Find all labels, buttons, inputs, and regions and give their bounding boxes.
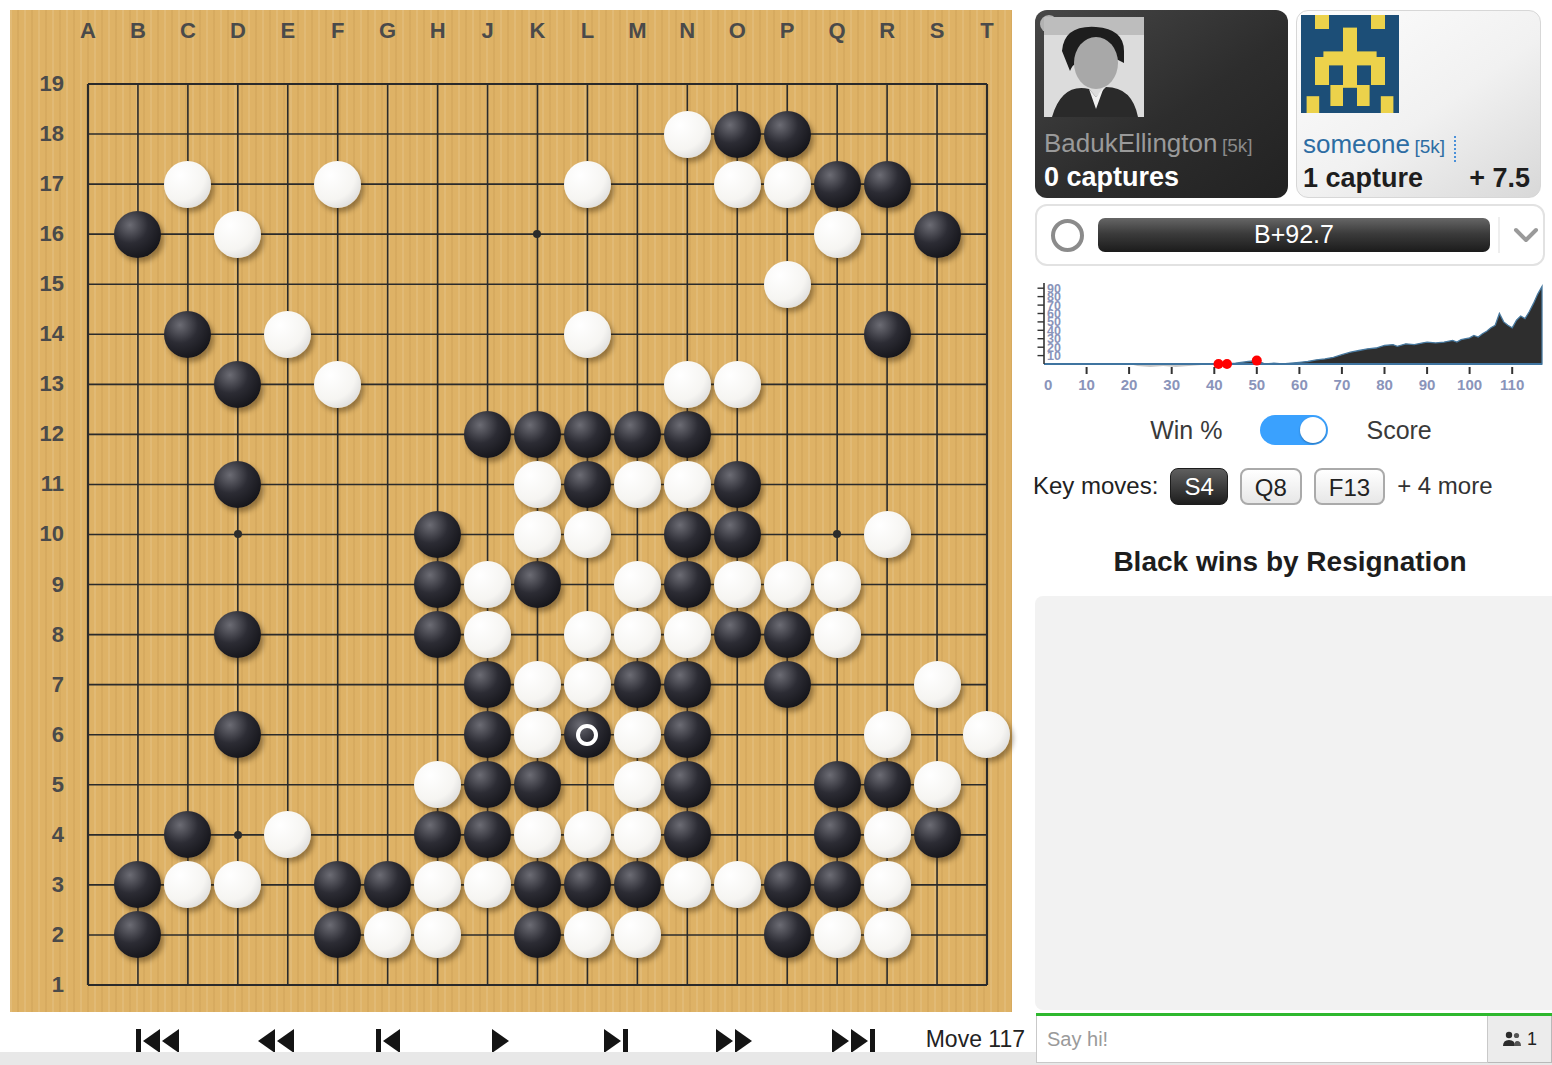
stone-white-R3: [864, 861, 911, 908]
column-label-M: M: [622, 18, 652, 44]
stone-white-E14: [264, 311, 311, 358]
stone-white-P9: [764, 561, 811, 608]
black-player-card[interactable]: BadukEllington [5k] 0 captures: [1035, 10, 1288, 198]
toggle-knob: [1300, 417, 1326, 443]
stone-white-M2: [614, 911, 661, 958]
stone-black-L6: [564, 711, 611, 758]
key-move-chip-q8[interactable]: Q8: [1240, 468, 1302, 505]
column-label-R: R: [872, 18, 902, 44]
column-label-C: C: [173, 18, 203, 44]
column-label-L: L: [572, 18, 602, 44]
triangle-left-icon: [162, 1029, 179, 1053]
stone-white-R6: [864, 711, 911, 758]
triangle-right-icon: [832, 1029, 849, 1053]
stone-black-C14: [164, 311, 211, 358]
stone-white-R2: [864, 911, 911, 958]
svg-text:10: 10: [1078, 376, 1095, 393]
stone-white-L7: [564, 661, 611, 708]
svg-text:50: 50: [1248, 376, 1265, 393]
stone-black-J5: [464, 761, 511, 808]
stone-black-H9: [414, 561, 461, 608]
row-label-7: 7: [24, 672, 64, 698]
row-label-16: 16: [24, 221, 64, 247]
row-label-11: 11: [24, 471, 64, 497]
stone-white-L8: [564, 611, 611, 658]
stone-black-L11: [564, 461, 611, 508]
stone-white-K10: [514, 511, 561, 558]
score-graph[interactable]: 1020304050607080900102030405060708090100…: [1036, 278, 1548, 400]
people-icon: [1502, 1031, 1522, 1047]
svg-text:30: 30: [1163, 376, 1180, 393]
last-move-marker: [576, 724, 598, 746]
triangle-left-icon: [258, 1029, 275, 1053]
column-label-E: E: [273, 18, 303, 44]
stone-black-O11: [714, 461, 761, 508]
stone-black-R14: [864, 311, 911, 358]
stone-white-P17: [764, 161, 811, 208]
score-estimate-bar: B+92.7: [1035, 204, 1545, 266]
row-label-12: 12: [24, 421, 64, 447]
graph-mode-toggle-row: Win % Score: [1036, 412, 1546, 448]
divider: [1498, 217, 1500, 253]
row-label-13: 13: [24, 371, 64, 397]
stone-white-N13: [664, 361, 711, 408]
row-label-4: 4: [24, 822, 64, 848]
stone-white-M6: [614, 711, 661, 758]
column-label-A: A: [73, 18, 103, 44]
key-moves-label: Key moves:: [1033, 472, 1158, 500]
stone-black-Q5: [814, 761, 861, 808]
bar-icon: [870, 1029, 875, 1053]
row-label-15: 15: [24, 271, 64, 297]
row-label-14: 14: [24, 321, 64, 347]
stone-white-F17: [314, 161, 361, 208]
play-icon: [492, 1029, 509, 1053]
stone-white-O17: [714, 161, 761, 208]
stone-black-R5: [864, 761, 911, 808]
stone-black-B16: [114, 211, 161, 258]
stone-black-D11: [214, 461, 261, 508]
svg-text:100: 100: [1457, 376, 1482, 393]
online-count-badge[interactable]: 1: [1488, 1016, 1552, 1063]
stone-white-O13: [714, 361, 761, 408]
svg-text:60: 60: [1291, 376, 1308, 393]
triangle-right-icon: [604, 1029, 621, 1053]
stone-black-P7: [764, 661, 811, 708]
stone-black-Q17: [814, 161, 861, 208]
stone-white-K11: [514, 461, 561, 508]
white-player-card[interactable]: someone [5k] 1 capture + 7.5: [1296, 10, 1541, 198]
stone-black-L3: [564, 861, 611, 908]
stone-black-R17: [864, 161, 911, 208]
stone-white-L17: [564, 161, 611, 208]
white-stone-icon: [1051, 219, 1084, 252]
key-move-chip-f13[interactable]: F13: [1314, 468, 1385, 505]
triangle-right-icon: [851, 1029, 868, 1053]
stone-white-Q9: [814, 561, 861, 608]
stone-white-M4: [614, 811, 661, 858]
stone-black-N9: [664, 561, 711, 608]
stone-white-N3: [664, 861, 711, 908]
stone-white-R10: [864, 511, 911, 558]
game-result-label: Black wins by Resignation: [1035, 546, 1545, 578]
black-player-rank: [5k]: [1222, 135, 1253, 156]
stone-black-J6: [464, 711, 511, 758]
black-player-name[interactable]: BadukEllington: [1044, 128, 1217, 158]
stone-black-N5: [664, 761, 711, 808]
move-number-label: Move 117: [900, 1026, 1025, 1053]
stone-black-P18: [764, 111, 811, 158]
stone-white-M11: [614, 461, 661, 508]
stone-black-L12: [564, 411, 611, 458]
white-player-rank: [5k]: [1414, 136, 1445, 157]
column-label-K: K: [522, 18, 552, 44]
stone-white-S5: [914, 761, 961, 808]
stone-black-M3: [614, 861, 661, 908]
stone-black-K5: [514, 761, 561, 808]
stone-white-F13: [314, 361, 361, 408]
stone-black-N7: [664, 661, 711, 708]
stone-white-P15: [764, 261, 811, 308]
bar-icon: [136, 1029, 141, 1053]
stone-white-O9: [714, 561, 761, 608]
row-label-19: 19: [24, 71, 64, 97]
row-label-10: 10: [24, 521, 64, 547]
stone-white-M5: [614, 761, 661, 808]
triangle-left-icon: [277, 1029, 294, 1053]
stone-black-D13: [214, 361, 261, 408]
stone-black-K9: [514, 561, 561, 608]
row-label-17: 17: [24, 171, 64, 197]
stone-white-Q16: [814, 211, 861, 258]
triangle-right-icon: [735, 1029, 752, 1053]
chat-input-row: 1: [1036, 1013, 1552, 1063]
column-label-S: S: [922, 18, 952, 44]
stone-white-M9: [614, 561, 661, 608]
stone-black-H10: [414, 511, 461, 558]
chat-input[interactable]: [1036, 1016, 1488, 1063]
stone-black-M12: [614, 411, 661, 458]
column-label-B: B: [123, 18, 153, 44]
stone-white-J8: [464, 611, 511, 658]
stone-white-K4: [514, 811, 561, 858]
row-label-8: 8: [24, 622, 64, 648]
stone-white-Q8: [814, 611, 861, 658]
column-label-O: O: [722, 18, 752, 44]
row-label-5: 5: [24, 772, 64, 798]
stone-white-S7: [914, 661, 961, 708]
stone-white-Q2: [814, 911, 861, 958]
stone-black-Q4: [814, 811, 861, 858]
go-board[interactable]: ABCDEFGHJKLMNOPQRST191817161514131211109…: [10, 10, 1012, 1012]
stone-white-N18: [664, 111, 711, 158]
chat-panel[interactable]: [1035, 596, 1552, 1010]
stone-black-N4: [664, 811, 711, 858]
bar-icon: [623, 1029, 628, 1053]
row-label-2: 2: [24, 922, 64, 948]
white-player-name[interactable]: someone: [1303, 129, 1410, 159]
column-label-Q: Q: [822, 18, 852, 44]
stone-white-N11: [664, 461, 711, 508]
stone-black-J12: [464, 411, 511, 458]
stone-white-N8: [664, 611, 711, 658]
svg-text:0: 0: [1044, 376, 1052, 393]
chevron-down-icon[interactable]: [1512, 226, 1540, 244]
stone-white-J9: [464, 561, 511, 608]
svg-text:20: 20: [1121, 376, 1138, 393]
board-grid: [10, 10, 1012, 1012]
text-cursor: [1454, 136, 1456, 162]
svg-text:80: 80: [1376, 376, 1393, 393]
triangle-left-icon: [143, 1029, 160, 1053]
stone-black-P3: [764, 861, 811, 908]
online-count: 1: [1527, 1029, 1537, 1050]
stone-white-O3: [714, 861, 761, 908]
stone-black-M7: [614, 661, 661, 708]
stone-black-N12: [664, 411, 711, 458]
column-label-D: D: [223, 18, 253, 44]
stone-black-H8: [414, 611, 461, 658]
row-label-18: 18: [24, 121, 64, 147]
stone-black-O18: [714, 111, 761, 158]
stone-black-O10: [714, 511, 761, 558]
column-label-P: P: [772, 18, 802, 44]
row-label-1: 1: [24, 972, 64, 998]
svg-text:110: 110: [1500, 376, 1524, 393]
svg-text:90: 90: [1419, 376, 1436, 393]
win-percent-label[interactable]: Win %: [1150, 416, 1222, 445]
triangle-right-icon: [716, 1029, 733, 1053]
stone-black-P8: [764, 611, 811, 658]
bar-icon: [376, 1029, 381, 1053]
svg-text:70: 70: [1334, 376, 1351, 393]
black-player-avatar: [1044, 17, 1144, 117]
stone-black-N10: [664, 511, 711, 558]
column-label-H: H: [423, 18, 453, 44]
svg-text:90: 90: [1047, 282, 1061, 296]
stone-white-K6: [514, 711, 561, 758]
row-label-3: 3: [24, 872, 64, 898]
stone-white-R4: [864, 811, 911, 858]
column-label-J: J: [473, 18, 503, 44]
white-player-avatar: [1301, 15, 1399, 113]
star-point-D4: [234, 831, 242, 839]
row-label-6: 6: [24, 722, 64, 748]
stone-black-N6: [664, 711, 711, 758]
column-label-F: F: [323, 18, 353, 44]
stone-white-L10: [564, 511, 611, 558]
column-label-N: N: [672, 18, 702, 44]
stone-black-S4: [914, 811, 961, 858]
black-captures-label: 0 captures: [1044, 162, 1179, 193]
stone-black-P2: [764, 911, 811, 958]
komi-label: + 7.5: [1469, 163, 1530, 194]
score-estimate-button[interactable]: B+92.7: [1098, 218, 1490, 252]
stone-black-O8: [714, 611, 761, 658]
stone-white-L4: [564, 811, 611, 858]
key-moves-row: Key moves: S4 Q8 F13 + 4 more: [1033, 466, 1545, 506]
column-label-G: G: [373, 18, 403, 44]
more-key-moves-link[interactable]: + 4 more: [1397, 472, 1492, 500]
stone-black-K12: [514, 411, 561, 458]
stone-black-S16: [914, 211, 961, 258]
stone-white-K7: [514, 661, 561, 708]
stone-black-Q3: [814, 861, 861, 908]
svg-text:40: 40: [1206, 376, 1223, 393]
stone-white-L14: [564, 311, 611, 358]
stone-white-D16: [214, 211, 261, 258]
triangle-left-icon: [383, 1029, 400, 1053]
column-label-T: T: [972, 18, 1002, 44]
key-move-chip-s4[interactable]: S4: [1170, 468, 1227, 505]
row-label-9: 9: [24, 572, 64, 598]
score-label[interactable]: Score: [1366, 416, 1431, 445]
win-score-toggle[interactable]: [1260, 415, 1328, 445]
stone-white-M8: [614, 611, 661, 658]
stone-white-C17: [164, 161, 211, 208]
white-captures-label: 1 capture: [1303, 163, 1423, 194]
stone-black-J7: [464, 661, 511, 708]
